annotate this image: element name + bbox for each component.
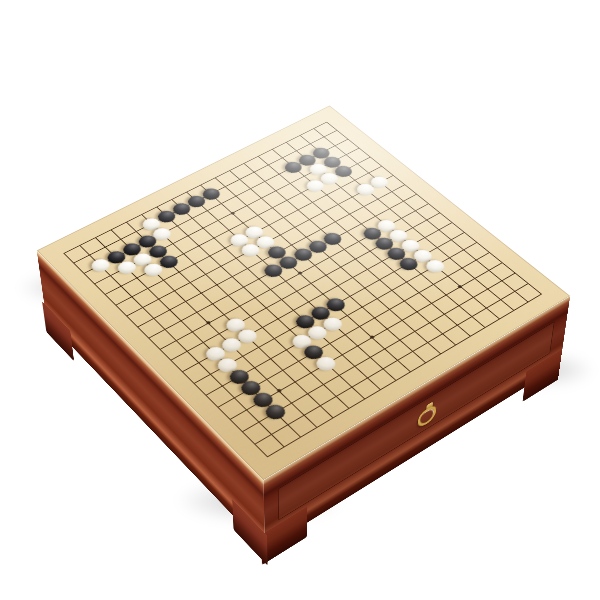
star-point (276, 389, 282, 393)
stone-white (202, 344, 228, 363)
stone-white (320, 315, 346, 334)
stone-black (323, 296, 349, 314)
stone-white (289, 332, 315, 351)
stone-black (237, 379, 264, 399)
stone-black (226, 367, 253, 387)
grid-line-horizontal (171, 199, 381, 390)
stone-white (218, 336, 244, 355)
foot-left-corner (42, 301, 74, 361)
stone-white (222, 316, 248, 335)
grid-line-vertical (63, 121, 327, 253)
board-grid (330, 106, 571, 296)
star-point (369, 335, 375, 339)
goban-table (37, 106, 570, 481)
star-point (457, 285, 463, 289)
stone-black (250, 390, 277, 410)
star-point (297, 271, 303, 275)
go-board (37, 106, 570, 481)
product-photo-go-table (0, 0, 600, 600)
stone-white (304, 323, 330, 342)
perspective-scene (0, 0, 600, 600)
stone-black (292, 312, 318, 331)
stone-white (313, 354, 340, 373)
stone-white (214, 356, 241, 375)
stone-black (262, 402, 289, 422)
stone-black (308, 304, 334, 322)
star-point (205, 321, 211, 325)
stone-black (301, 343, 327, 362)
stone-white (234, 327, 260, 346)
